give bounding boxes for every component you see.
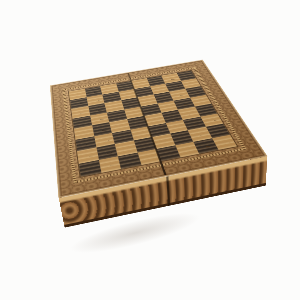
piece-white-pawn: ♟ <box>198 131 213 149</box>
chess-box: ♜♞♝♛♚♝♞♜♟♟♟♟♟♟♟♟♟♟♟♟♟♟♟♟♜♞♝♛♚♝♞♜ <box>50 60 267 198</box>
product-photo-stage: ♜♞♝♛♚♝♞♜♟♟♟♟♟♟♟♟♟♟♟♟♟♟♟♟♜♞♝♛♚♝♞♜ <box>0 0 300 300</box>
piece-black-pawn: ♟ <box>102 149 117 167</box>
piece-white-rook: ♜ <box>214 123 233 146</box>
square-h8: ♜ <box>79 160 101 177</box>
piece-black-rook: ♜ <box>79 148 98 172</box>
chess-grid: ♜♞♝♛♚♝♞♜♟♟♟♟♟♟♟♟♟♟♟♟♟♟♟♟♜♞♝♛♚♝♞♜ <box>69 71 237 177</box>
square-h1: ♜ <box>212 135 237 150</box>
